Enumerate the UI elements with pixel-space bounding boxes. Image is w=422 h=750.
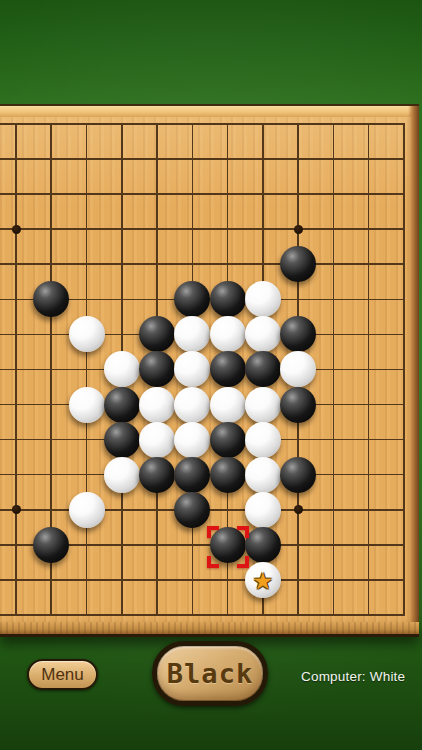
menu-button[interactable]: Menu (27, 659, 98, 690)
app-screen: ★ Menu Black Computer: White (0, 0, 422, 750)
board-front-edge (0, 622, 419, 637)
turn-indicator-button[interactable]: Black (152, 641, 268, 706)
board-top-edge (0, 104, 419, 117)
computer-color-label: Computer: White (301, 669, 411, 684)
goban-board[interactable] (0, 104, 419, 637)
board-face[interactable] (0, 117, 419, 622)
board-right-edge (408, 106, 419, 622)
